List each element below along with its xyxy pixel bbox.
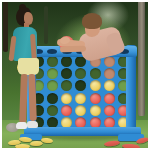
girl-player-shoe-right (27, 121, 38, 128)
hole-r3-c2 (47, 80, 58, 91)
hole-r2-c5 (90, 68, 101, 79)
boy-player-arm-lower (60, 46, 86, 53)
girl-player-shorts (18, 58, 39, 75)
hole-r2-c3 (61, 68, 72, 79)
hole-r5-c5 (90, 105, 101, 116)
hole-r4-c2 (47, 93, 58, 104)
tree-trunk-left (3, 0, 8, 52)
hole-r1-c3 (61, 56, 72, 67)
tree-trunk-right (138, 0, 145, 116)
girl-player-shoe-left (16, 122, 27, 129)
hole-r5-c6 (104, 105, 115, 116)
hole-r1-c6 (104, 56, 115, 67)
hole-r2-c2 (47, 68, 58, 79)
board-post-right (126, 45, 136, 140)
hole-r3-c5 (90, 80, 101, 91)
loose-yellow-disc (15, 144, 30, 149)
boy-player-hair (82, 13, 102, 29)
hole-r4-c5 (90, 93, 101, 104)
hole-r2-c4 (75, 68, 86, 79)
hole-r4-c6 (104, 93, 115, 104)
hole-r2-c6 (104, 68, 115, 79)
hole-r5-c4 (75, 105, 86, 116)
board-grid (31, 55, 131, 129)
hole-r3-c4 (75, 80, 86, 91)
hole-r4-c3 (61, 93, 72, 104)
tree-trunk-mid (44, 6, 48, 44)
photo-giant-connect-four (0, 0, 150, 150)
hole-r3-c6 (104, 80, 115, 91)
hole-r1-c2 (47, 56, 58, 67)
top-slot-c2 (47, 49, 57, 54)
hole-r3-c3 (61, 80, 72, 91)
hole-r4-c4 (75, 93, 86, 104)
hole-r5-c2 (47, 105, 58, 116)
hole-r5-c3 (61, 105, 72, 116)
